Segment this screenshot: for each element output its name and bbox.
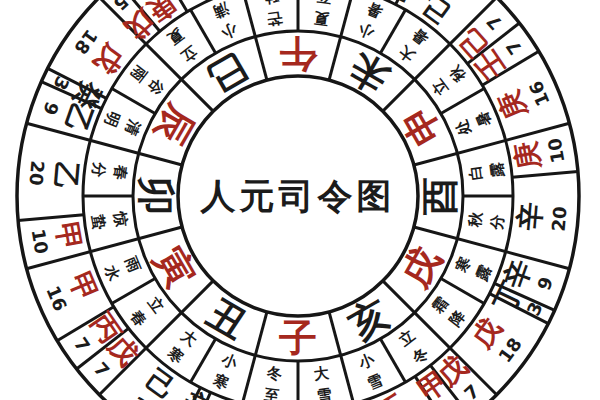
days-10-卯: 10 (27, 227, 52, 255)
stem-辛-酉: 辛 (512, 201, 547, 233)
solar-term-立秋: 秋 (445, 61, 470, 85)
solar-term-清明: 清 (121, 116, 144, 138)
solar-term-夏至: 至 (316, 0, 333, 7)
sector-divider (381, 339, 406, 382)
branch-未: 未 (342, 44, 398, 102)
solar-term-小雪: 小 (355, 350, 378, 373)
solar-term-处暑: 处 (452, 117, 475, 139)
branch-申: 申 (392, 98, 449, 153)
stem-己-未: 己 (414, 0, 456, 29)
solar-term-小暑: 小 (355, 19, 378, 42)
solar-term-大寒: 寒 (163, 343, 187, 367)
sector-divider (512, 172, 578, 178)
branch-午: 午 (279, 32, 318, 76)
solar-term-春分: 分 (89, 160, 109, 178)
solar-term-大雪: 雪 (316, 385, 333, 400)
solar-term-小寒: 寒 (210, 370, 232, 393)
solar-term-大暑: 暑 (409, 25, 432, 48)
solar-term-小满: 小 (218, 19, 241, 42)
solar-term-雨水: 雨 (121, 253, 144, 275)
solar-term-立冬: 冬 (408, 344, 432, 368)
days-9-戌: 9 (533, 274, 557, 293)
solar-term-立秋: 立 (428, 76, 452, 100)
branch-酉: 酉 (418, 177, 462, 216)
branch-子: 子 (279, 316, 317, 360)
stem-乙-卯: 乙 (48, 160, 83, 191)
sector-divider (112, 279, 155, 304)
stem-己-丑: 己 (140, 363, 182, 400)
days-10-酉: 10 (544, 136, 569, 164)
solar-term-霜降: 霜 (428, 294, 451, 317)
solar-term-小满: 满 (211, 0, 233, 21)
solar-term-小暑: 暑 (365, 0, 386, 21)
solar-term-处暑: 暑 (473, 109, 495, 130)
solar-term-谷雨: 雨 (127, 61, 151, 85)
stem-甲-卯: 甲 (50, 220, 87, 253)
solar-term-冬至: 冬 (265, 363, 283, 383)
solar-term-白露: 白 (466, 164, 486, 181)
solar-term-惊蛰: 蛰 (89, 213, 109, 231)
solar-term-芒种: 种 (263, 0, 281, 7)
branch-寅: 寅 (146, 240, 203, 295)
solar-term-谷雨: 谷 (144, 75, 168, 99)
solar-term-白露: 露 (487, 161, 507, 179)
solar-term-秋分: 分 (487, 214, 507, 232)
branch-亥: 亥 (341, 290, 397, 348)
sector-divider (18, 215, 84, 221)
sector-divider (191, 339, 216, 382)
sector-divider (112, 89, 155, 114)
days-7-申: 7 (482, 11, 506, 34)
solar-term-大雪: 大 (313, 363, 331, 383)
sector-divider (441, 279, 484, 304)
wheel-svg: 午芒种夏至丙10己9丁11未小暑大暑丁9乙3己18申立秋处暑己7壬7庚16酉白露… (0, 0, 600, 400)
days-7-申: 7 (502, 36, 526, 58)
branch-辰: 辰 (146, 97, 204, 153)
sector-divider (441, 89, 484, 114)
days-7-寅: 7 (70, 333, 94, 355)
sector-divider (191, 10, 216, 53)
solar-term-寒露: 露 (472, 263, 495, 285)
solar-term-立春: 立 (144, 293, 168, 317)
solar-term-小寒: 小 (218, 350, 241, 373)
solar-term-立夏: 夏 (164, 24, 188, 48)
solar-term-芒种: 芒 (266, 8, 284, 28)
wheel-title: 人元司令图 (200, 176, 396, 216)
branch-卯: 卯 (134, 176, 178, 215)
solar-term-春分: 春 (110, 163, 130, 182)
solar-term-惊蛰: 惊 (110, 210, 130, 229)
solar-term-立夏: 立 (178, 42, 202, 66)
solar-term-大暑: 大 (395, 42, 419, 66)
branch-巳: 巳 (200, 44, 255, 101)
solar-term-立冬: 立 (395, 326, 419, 350)
solar-term-雨水: 水 (101, 262, 124, 285)
days-9-辰: 9 (39, 99, 63, 118)
solar-term-霜降: 降 (446, 306, 470, 330)
solar-term-秋分: 秋 (465, 210, 485, 229)
solar-term-清明: 明 (101, 109, 123, 130)
branch-戌: 戌 (392, 240, 450, 296)
solar-term-夏至: 夏 (313, 9, 331, 29)
days-20-卯: 20 (25, 160, 48, 187)
solar-term-冬至: 至 (263, 385, 280, 400)
days-7-亥: 7 (460, 380, 483, 400)
solar-term-立春: 春 (126, 306, 151, 330)
days-20-酉: 20 (547, 205, 570, 232)
days-7-寅: 7 (90, 358, 114, 381)
solar-term-寒露: 寒 (452, 254, 475, 276)
renyuan-siling-wheel: 午芒种夏至丙10己9丁11未小暑大暑丁9乙3己18申立秋处暑己7壬7庚16酉白露… (0, 0, 600, 400)
stem-庚-酉: 庚 (509, 139, 547, 173)
solar-term-小雪: 雪 (365, 371, 386, 393)
branch-丑: 丑 (200, 290, 255, 347)
solar-term-大寒: 大 (178, 326, 202, 350)
sector-divider (381, 10, 406, 53)
